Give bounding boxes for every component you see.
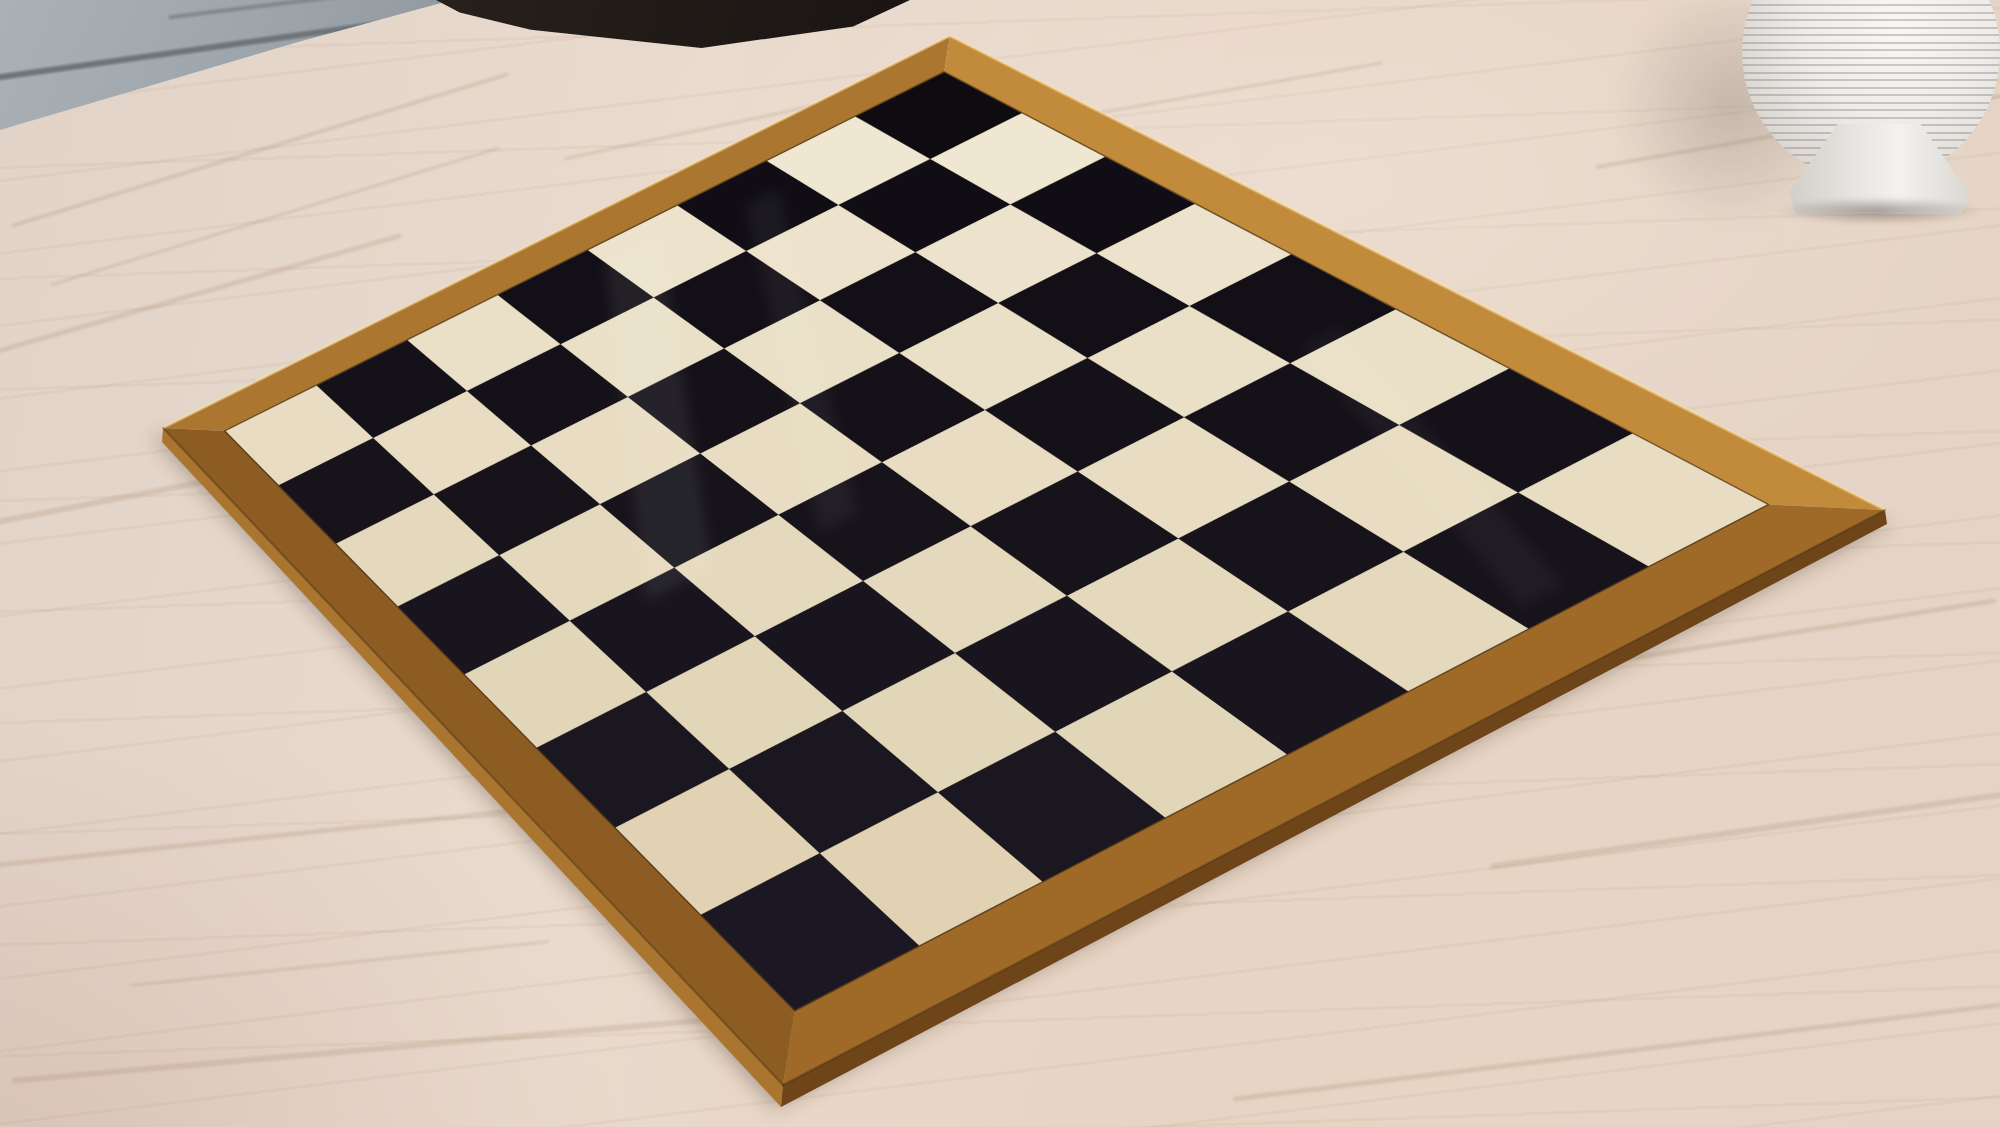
photo-scene [0,0,2000,1127]
chess-board [0,0,2000,1127]
